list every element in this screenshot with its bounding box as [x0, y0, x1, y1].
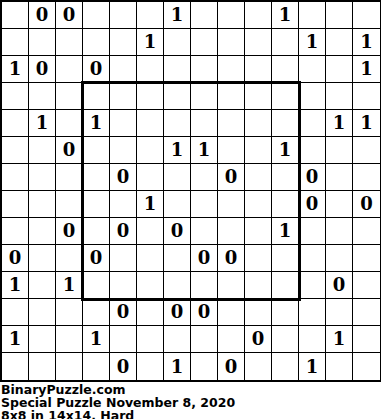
cell-r10-c12[interactable]	[299, 245, 326, 272]
cell-r6-c12[interactable]	[299, 137, 326, 164]
cell-r9-c1[interactable]	[2, 218, 29, 245]
cell-r4-c9[interactable]	[218, 83, 245, 110]
cell-r2-c5[interactable]	[110, 29, 137, 56]
cell-r4-c5[interactable]	[110, 83, 137, 110]
cell-r4-c6[interactable]	[137, 83, 164, 110]
cell-r6-c11: 1	[272, 137, 299, 164]
cell-r1-c1[interactable]	[2, 2, 29, 29]
cell-r13-c10: 0	[245, 326, 272, 353]
cell-r9-c3: 0	[56, 218, 83, 245]
puzzle-page: 0011111100111110111000100000100001100001…	[0, 0, 381, 419]
cell-r6-c7: 1	[164, 137, 191, 164]
cell-r5-c3[interactable]	[56, 110, 83, 137]
cell-r1-c11: 1	[272, 2, 299, 29]
cell-r11-c5[interactable]	[110, 272, 137, 299]
cell-r2-c4[interactable]	[83, 29, 110, 56]
cell-r14-c6[interactable]	[137, 353, 164, 380]
cell-r2-c1[interactable]	[2, 29, 29, 56]
cell-r14-c11[interactable]	[272, 353, 299, 380]
cell-r9-c9[interactable]	[218, 218, 245, 245]
cell-r13-c2[interactable]	[29, 326, 56, 353]
cell-r12-c3[interactable]	[56, 299, 83, 326]
cell-r6-c1[interactable]	[2, 137, 29, 164]
cell-r10-c3[interactable]	[56, 245, 83, 272]
cell-r8-c10[interactable]	[245, 191, 272, 218]
cell-r3-c10[interactable]	[245, 56, 272, 83]
cell-r12-c14[interactable]	[353, 299, 380, 326]
cell-r7-c9: 0	[218, 164, 245, 191]
cell-r1-c12[interactable]	[299, 2, 326, 29]
cell-r5-c14: 1	[353, 110, 380, 137]
cell-r5-c9[interactable]	[218, 110, 245, 137]
cell-r4-c14[interactable]	[353, 83, 380, 110]
cell-r10-c6[interactable]	[137, 245, 164, 272]
cell-r14-c2[interactable]	[29, 353, 56, 380]
cell-r3-c2: 0	[29, 56, 56, 83]
cell-r4-c1[interactable]	[2, 83, 29, 110]
cell-r12-c8: 0	[191, 299, 218, 326]
cell-r9-c13[interactable]	[326, 218, 353, 245]
cell-r8-c14: 0	[353, 191, 380, 218]
cell-r7-c5: 0	[110, 164, 137, 191]
cell-r9-c10[interactable]	[245, 218, 272, 245]
cell-r3-c8[interactable]	[191, 56, 218, 83]
cell-r11-c9[interactable]	[218, 272, 245, 299]
cell-r1-c2: 0	[29, 2, 56, 29]
cell-r1-c10[interactable]	[245, 2, 272, 29]
cell-r5-c12[interactable]	[299, 110, 326, 137]
cell-r8-c11[interactable]	[272, 191, 299, 218]
cell-r14-c9: 0	[218, 353, 245, 380]
cell-r8-c8[interactable]	[191, 191, 218, 218]
cell-r2-c2[interactable]	[29, 29, 56, 56]
cell-r7-c3[interactable]	[56, 164, 83, 191]
cell-r1-c9[interactable]	[218, 2, 245, 29]
cell-r1-c5[interactable]	[110, 2, 137, 29]
cell-r7-c6[interactable]	[137, 164, 164, 191]
puzzle-grid: 0011111100111110111000100000100001100001…	[0, 0, 381, 382]
cell-r3-c11[interactable]	[272, 56, 299, 83]
cell-r3-c4: 0	[83, 56, 110, 83]
cell-r11-c14[interactable]	[353, 272, 380, 299]
cell-r3-c7[interactable]	[164, 56, 191, 83]
cell-r14-c7: 1	[164, 353, 191, 380]
cell-r9-c14[interactable]	[353, 218, 380, 245]
cell-r8-c13[interactable]	[326, 191, 353, 218]
cell-r6-c9[interactable]	[218, 137, 245, 164]
cell-r11-c4[interactable]	[83, 272, 110, 299]
cell-r11-c12[interactable]	[299, 272, 326, 299]
cell-r4-c7[interactable]	[164, 83, 191, 110]
cell-r9-c4[interactable]	[83, 218, 110, 245]
cell-r13-c3[interactable]	[56, 326, 83, 353]
cell-r1-c13[interactable]	[326, 2, 353, 29]
cell-r4-c12[interactable]	[299, 83, 326, 110]
cell-r13-c13: 1	[326, 326, 353, 353]
cell-r12-c12[interactable]	[299, 299, 326, 326]
cell-r3-c9[interactable]	[218, 56, 245, 83]
cell-r12-c6[interactable]	[137, 299, 164, 326]
cell-r13-c12[interactable]	[299, 326, 326, 353]
cell-r5-c5[interactable]	[110, 110, 137, 137]
cell-r6-c3: 0	[56, 137, 83, 164]
cell-r9-c6[interactable]	[137, 218, 164, 245]
cell-r6-c4[interactable]	[83, 137, 110, 164]
cell-r9-c12[interactable]	[299, 218, 326, 245]
cell-r8-c7[interactable]	[164, 191, 191, 218]
cell-r8-c1[interactable]	[2, 191, 29, 218]
cell-r5-c2: 1	[29, 110, 56, 137]
cell-r5-c7[interactable]	[164, 110, 191, 137]
cell-r14-c4[interactable]	[83, 353, 110, 380]
puzzle-caption: BinaryPuzzle.com Special Puzzle November…	[0, 382, 381, 419]
cell-r6-c6[interactable]	[137, 137, 164, 164]
cell-r2-c10[interactable]	[245, 29, 272, 56]
cell-r14-c5: 0	[110, 353, 137, 380]
cell-r7-c12: 0	[299, 164, 326, 191]
cell-r13-c14[interactable]	[353, 326, 380, 353]
cell-r10-c1: 0	[2, 245, 29, 272]
cell-r4-c13[interactable]	[326, 83, 353, 110]
cell-r14-c12: 1	[299, 353, 326, 380]
cell-r13-c11[interactable]	[272, 326, 299, 353]
cell-r10-c2[interactable]	[29, 245, 56, 272]
cell-r11-c2[interactable]	[29, 272, 56, 299]
cell-r2-c13[interactable]	[326, 29, 353, 56]
cell-r1-c7: 1	[164, 2, 191, 29]
cell-r7-c7[interactable]	[164, 164, 191, 191]
cell-r10-c11[interactable]	[272, 245, 299, 272]
cell-r6-c13[interactable]	[326, 137, 353, 164]
cell-r3-c5[interactable]	[110, 56, 137, 83]
cell-r4-c4[interactable]	[83, 83, 110, 110]
cell-r13-c1: 1	[2, 326, 29, 353]
cell-r13-c9[interactable]	[218, 326, 245, 353]
cell-r12-c7: 0	[164, 299, 191, 326]
cell-r12-c5: 0	[110, 299, 137, 326]
cell-r14-c10[interactable]	[245, 353, 272, 380]
cell-r4-c8[interactable]	[191, 83, 218, 110]
cell-r7-c8[interactable]	[191, 164, 218, 191]
cell-r2-c8[interactable]	[191, 29, 218, 56]
cell-r12-c9[interactable]	[218, 299, 245, 326]
cell-r14-c8[interactable]	[191, 353, 218, 380]
cell-r6-c5[interactable]	[110, 137, 137, 164]
cell-r3-c12[interactable]	[299, 56, 326, 83]
cell-r2-c7[interactable]	[164, 29, 191, 56]
cell-r13-c7[interactable]	[164, 326, 191, 353]
cell-r13-c4: 1	[83, 326, 110, 353]
cell-r4-c11[interactable]	[272, 83, 299, 110]
cell-r2-c11[interactable]	[272, 29, 299, 56]
cell-r2-c6: 1	[137, 29, 164, 56]
cell-r6-c10[interactable]	[245, 137, 272, 164]
cell-r8-c2[interactable]	[29, 191, 56, 218]
cell-r11-c6[interactable]	[137, 272, 164, 299]
cell-r11-c13: 0	[326, 272, 353, 299]
cell-r3-c6[interactable]	[137, 56, 164, 83]
cell-r7-c11[interactable]	[272, 164, 299, 191]
cell-r9-c7: 0	[164, 218, 191, 245]
cell-r10-c13[interactable]	[326, 245, 353, 272]
cell-r12-c2[interactable]	[29, 299, 56, 326]
cell-r10-c9: 0	[218, 245, 245, 272]
cell-r2-c14: 1	[353, 29, 380, 56]
cell-r3-c13[interactable]	[326, 56, 353, 83]
cell-r2-c12: 1	[299, 29, 326, 56]
cell-r4-c2[interactable]	[29, 83, 56, 110]
cell-r2-c3[interactable]	[56, 29, 83, 56]
cell-r10-c8: 0	[191, 245, 218, 272]
cell-r4-c10[interactable]	[245, 83, 272, 110]
cell-r3-c3[interactable]	[56, 56, 83, 83]
cell-r8-c9[interactable]	[218, 191, 245, 218]
cell-r7-c13[interactable]	[326, 164, 353, 191]
cell-r7-c10[interactable]	[245, 164, 272, 191]
cell-r10-c5[interactable]	[110, 245, 137, 272]
cell-r13-c6[interactable]	[137, 326, 164, 353]
cell-r9-c2[interactable]	[29, 218, 56, 245]
cell-r1-c3: 0	[56, 2, 83, 29]
cell-r11-c1: 1	[2, 272, 29, 299]
cell-r2-c9[interactable]	[218, 29, 245, 56]
cell-r3-c14: 1	[353, 56, 380, 83]
cell-r9-c11: 1	[272, 218, 299, 245]
cell-r13-c8[interactable]	[191, 326, 218, 353]
cell-r1-c8[interactable]	[191, 2, 218, 29]
cell-r8-c3[interactable]	[56, 191, 83, 218]
cell-r11-c3: 1	[56, 272, 83, 299]
cell-r11-c7[interactable]	[164, 272, 191, 299]
cell-r5-c8[interactable]	[191, 110, 218, 137]
cell-r10-c10[interactable]	[245, 245, 272, 272]
cell-r6-c14[interactable]	[353, 137, 380, 164]
cell-r8-c5[interactable]	[110, 191, 137, 218]
cell-r10-c14[interactable]	[353, 245, 380, 272]
caption-difficulty: 8x8 in 14x14, Hard	[1, 409, 380, 419]
cell-r5-c4: 1	[83, 110, 110, 137]
cell-r7-c2[interactable]	[29, 164, 56, 191]
cell-r5-c1[interactable]	[2, 110, 29, 137]
cell-r5-c6[interactable]	[137, 110, 164, 137]
cell-r7-c4[interactable]	[83, 164, 110, 191]
cell-r14-c14[interactable]	[353, 353, 380, 380]
cell-r7-c1[interactable]	[2, 164, 29, 191]
cell-r1-c6[interactable]	[137, 2, 164, 29]
cell-r1-c4[interactable]	[83, 2, 110, 29]
cell-r1-c14[interactable]	[353, 2, 380, 29]
cell-r11-c8[interactable]	[191, 272, 218, 299]
cell-r12-c11[interactable]	[272, 299, 299, 326]
cell-r14-c3[interactable]	[56, 353, 83, 380]
cell-r12-c1[interactable]	[2, 299, 29, 326]
cell-r14-c13[interactable]	[326, 353, 353, 380]
cell-r4-c3[interactable]	[56, 83, 83, 110]
cell-r10-c4: 0	[83, 245, 110, 272]
cell-r6-c2[interactable]	[29, 137, 56, 164]
cell-r5-c11[interactable]	[272, 110, 299, 137]
cell-r5-c13: 1	[326, 110, 353, 137]
cell-r3-c1: 1	[2, 56, 29, 83]
cell-r6-c8: 1	[191, 137, 218, 164]
cell-r7-c14[interactable]	[353, 164, 380, 191]
cell-r13-c5[interactable]	[110, 326, 137, 353]
cell-r9-c5: 0	[110, 218, 137, 245]
cell-r12-c13[interactable]	[326, 299, 353, 326]
cell-r11-c11[interactable]	[272, 272, 299, 299]
cell-r11-c10[interactable]	[245, 272, 272, 299]
cell-r8-c6: 1	[137, 191, 164, 218]
cell-r14-c1[interactable]	[2, 353, 29, 380]
cell-r8-c12: 0	[299, 191, 326, 218]
cell-r8-c4[interactable]	[83, 191, 110, 218]
cell-r5-c10[interactable]	[245, 110, 272, 137]
cell-r12-c10[interactable]	[245, 299, 272, 326]
cell-r10-c7[interactable]	[164, 245, 191, 272]
cell-r9-c8[interactable]	[191, 218, 218, 245]
cell-r12-c4[interactable]	[83, 299, 110, 326]
